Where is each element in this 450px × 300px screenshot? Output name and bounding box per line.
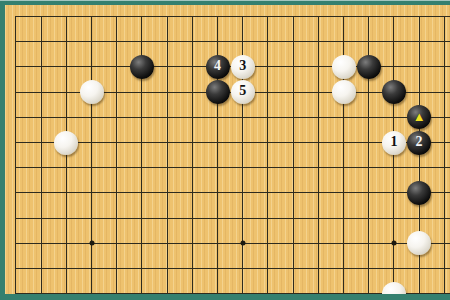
grid-line-vertical — [167, 16, 168, 294]
move-number-label: 1 — [390, 135, 397, 149]
black-stone-R14[interactable]: 2 — [407, 131, 431, 155]
grid-line-vertical — [192, 16, 193, 294]
white-stone-O17[interactable] — [332, 55, 356, 79]
white-stone-K17[interactable]: 3 — [231, 55, 255, 79]
white-stone-D16[interactable] — [80, 80, 104, 104]
white-stone-Q14[interactable]: 1 — [382, 131, 406, 155]
window-frame-left — [0, 0, 5, 300]
black-stone-J16[interactable] — [206, 80, 230, 104]
grid-line-vertical — [444, 16, 445, 294]
grid-line-vertical — [116, 16, 117, 294]
white-stone-C14[interactable] — [54, 131, 78, 155]
grid-line-horizontal — [15, 268, 450, 269]
grid-line-horizontal — [15, 243, 450, 244]
window-frame-bottom — [0, 294, 450, 300]
black-stone-P17[interactable] — [357, 55, 381, 79]
go-diagram-window: 435▲12 — [0, 0, 450, 300]
black-stone-J17[interactable]: 4 — [206, 55, 230, 79]
move-number-label: 4 — [214, 59, 221, 73]
move-number-label: 5 — [239, 84, 246, 98]
star-point — [89, 241, 94, 246]
grid-line-horizontal — [15, 218, 450, 219]
black-stone-Q16[interactable] — [382, 80, 406, 104]
triangle-marker-icon: ▲ — [413, 110, 426, 123]
grid-line-vertical — [41, 16, 42, 294]
move-number-label: 3 — [239, 59, 246, 73]
black-stone-R15[interactable]: ▲ — [407, 105, 431, 129]
white-stone-O16[interactable] — [332, 80, 356, 104]
grid-line-horizontal — [15, 192, 450, 193]
grid-line-vertical — [393, 16, 394, 294]
grid-line-vertical — [267, 16, 268, 294]
star-point — [391, 241, 396, 246]
grid-line-horizontal — [15, 167, 450, 168]
go-board[interactable]: 435▲12 — [5, 5, 450, 294]
grid-line-horizontal — [15, 117, 450, 118]
grid-line-vertical — [66, 16, 67, 294]
grid-line-vertical — [91, 16, 92, 294]
grid-line-horizontal — [15, 16, 450, 17]
grid-line-vertical — [318, 16, 319, 294]
white-stone-K16[interactable]: 5 — [231, 80, 255, 104]
star-point — [240, 241, 245, 246]
black-stone-F17[interactable] — [130, 55, 154, 79]
window-frame-highlight — [0, 0, 450, 1]
grid-line-vertical — [15, 16, 16, 294]
grid-line-horizontal — [15, 41, 450, 42]
white-stone-R10[interactable] — [407, 231, 431, 255]
grid-line-vertical — [293, 16, 294, 294]
move-number-label: 2 — [416, 135, 423, 149]
black-stone-R12[interactable] — [407, 181, 431, 205]
